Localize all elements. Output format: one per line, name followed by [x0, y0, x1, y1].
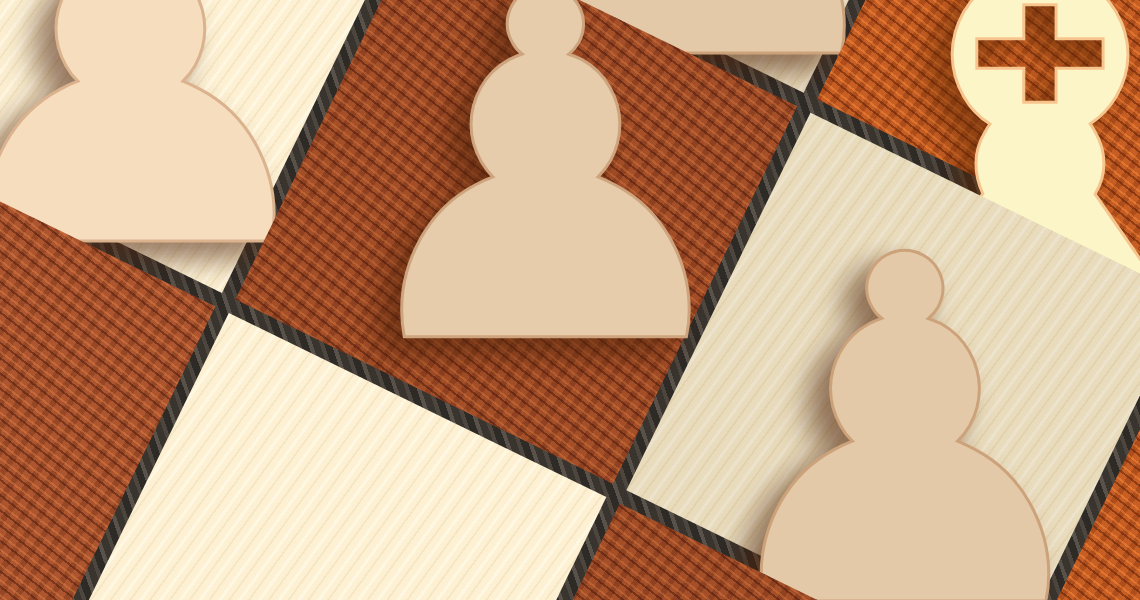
chess-board: ♟♝♟♟♟: [0, 0, 1140, 600]
square-e6[interactable]: ♟: [626, 113, 1140, 600]
white-pawn-e6[interactable]: ♟: [690, 195, 1120, 600]
photo-stage: ♟♝♟♟♟: [0, 0, 1140, 600]
